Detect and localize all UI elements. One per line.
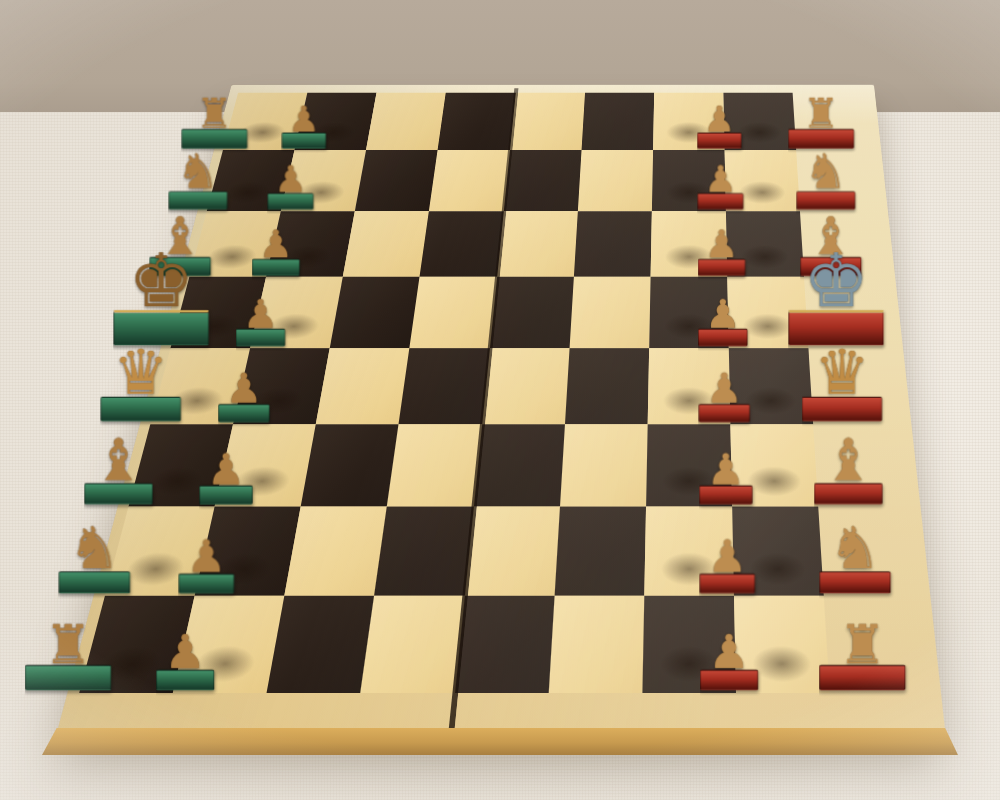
- standing-horse-figure-icon: ♞: [829, 522, 881, 576]
- square-h2[interactable]: ♟: [295, 93, 377, 150]
- seated-scholar-reading-a-book-figure-icon: ♚: [803, 246, 869, 314]
- square-e7[interactable]: ♟: [649, 277, 729, 348]
- square-b6[interactable]: [554, 506, 646, 595]
- square-f4[interactable]: [420, 211, 504, 277]
- square-c6[interactable]: [560, 424, 648, 506]
- piece-white-pawn-d2[interactable]: ♟: [218, 370, 270, 422]
- reclining-horse-figure-icon: ♞: [68, 522, 120, 576]
- piece-white-rook-h1[interactable]: ♜: [181, 95, 247, 149]
- piece-white-bishop-c1[interactable]: ♝: [84, 434, 153, 505]
- square-e3[interactable]: [330, 277, 420, 348]
- piece-black-knight-g8[interactable]: ♞: [796, 151, 855, 210]
- camel-figure-icon: ♝: [92, 434, 144, 487]
- square-d2[interactable]: ♟: [233, 348, 330, 424]
- duck-figure-icon: ♟: [705, 295, 741, 332]
- red-plinth: [698, 328, 748, 346]
- square-c2[interactable]: ♟: [215, 424, 316, 506]
- square-d5[interactable]: [482, 348, 569, 424]
- square-a3[interactable]: [267, 596, 375, 693]
- piece-black-pawn-c7[interactable]: ♟: [699, 450, 753, 505]
- square-e5[interactable]: [489, 277, 573, 348]
- square-d6[interactable]: [565, 348, 649, 424]
- piece-white-pawn-c2[interactable]: ♟: [199, 450, 253, 505]
- square-g5[interactable]: [503, 150, 581, 211]
- horse-drawn-cart-figure-icon: ♜: [803, 95, 840, 133]
- square-f6[interactable]: [574, 211, 652, 277]
- squirrel-figure-icon: ♟: [243, 295, 279, 332]
- square-e2[interactable]: ♟: [250, 277, 343, 348]
- piece-white-king-e1[interactable]: ♚: [113, 246, 208, 345]
- square-c7[interactable]: ♟: [646, 424, 732, 506]
- piece-white-pawn-e2[interactable]: ♟: [236, 295, 286, 345]
- horse-drawn-cart-figure-icon: ♜: [196, 95, 233, 133]
- square-h3[interactable]: [366, 93, 446, 150]
- piece-black-bishop-c8[interactable]: ♝: [814, 434, 883, 505]
- lion-figure-icon: ♛: [113, 344, 169, 401]
- square-c4[interactable]: [387, 424, 482, 506]
- green-plinth: [179, 573, 235, 593]
- green-plinth: [84, 483, 153, 504]
- square-a4[interactable]: [361, 596, 465, 693]
- duck-figure-icon: ♟: [704, 227, 738, 262]
- crouching-squirrel-figure-icon: ♟: [186, 537, 226, 578]
- chess-board: ♜♟♟♜♞♟♟♞♝♟♟♝♚♟♟♚♛♟♟♛♝♟♟♝♞♟♟♞♜♟♟♜: [56, 85, 946, 735]
- rabbit-figure-icon: ♟: [164, 631, 206, 674]
- piece-black-pawn-h7[interactable]: ♟: [697, 103, 742, 148]
- red-plinth: [697, 258, 745, 275]
- square-f3[interactable]: [343, 211, 429, 277]
- green-plinth: [25, 665, 112, 691]
- square-h7[interactable]: ♟: [653, 93, 725, 150]
- square-g4[interactable]: [429, 150, 509, 211]
- piece-black-pawn-a7[interactable]: ♟: [700, 631, 758, 690]
- red-plinth: [699, 573, 755, 593]
- square-e4[interactable]: [410, 277, 497, 348]
- red-plinth: [802, 397, 883, 422]
- red-plinth: [699, 485, 753, 504]
- square-h4[interactable]: [438, 93, 515, 150]
- piece-white-pawn-b2[interactable]: ♟: [179, 537, 235, 594]
- green-plinth: [267, 193, 313, 210]
- reclining-horse-figure-icon: ♞: [176, 151, 219, 195]
- square-d4[interactable]: [399, 348, 490, 424]
- square-g2[interactable]: ♟: [281, 150, 366, 211]
- square-a6[interactable]: [548, 596, 644, 693]
- piece-black-rook-a8[interactable]: ♜: [819, 620, 906, 691]
- piece-white-queen-d1[interactable]: ♛: [100, 344, 181, 422]
- piece-black-pawn-f7[interactable]: ♟: [697, 227, 745, 276]
- red-plinth: [698, 403, 750, 422]
- piece-black-pawn-g7[interactable]: ♟: [697, 163, 743, 210]
- green-plinth: [156, 669, 214, 690]
- square-d3[interactable]: [316, 348, 410, 424]
- square-f5[interactable]: [497, 211, 578, 277]
- piece-white-knight-g1[interactable]: ♞: [168, 151, 227, 210]
- squirrel-figure-icon: ♟: [207, 450, 246, 490]
- square-g6[interactable]: [577, 150, 652, 211]
- duck-figure-icon: ♟: [706, 450, 745, 490]
- square-f7[interactable]: ♟: [650, 211, 727, 277]
- square-b5[interactable]: [464, 506, 559, 595]
- board-squares: ♜♟♟♜♞♟♟♞♝♟♟♝♚♟♟♚♛♟♟♛♝♟♟♝♞♟♟♞♜♟♟♜: [79, 93, 830, 693]
- red-plinth: [819, 571, 891, 593]
- red-plinth: [697, 193, 743, 210]
- red-plinth: [819, 665, 906, 691]
- piece-black-pawn-b7[interactable]: ♟: [699, 537, 755, 594]
- square-f2[interactable]: ♟: [266, 211, 355, 277]
- lion-figure-icon: ♛: [814, 344, 870, 401]
- standing-horse-figure-icon: ♞: [804, 151, 847, 195]
- horse-drawn-cart-figure-icon: ♜: [44, 620, 92, 669]
- square-b7[interactable]: ♟: [644, 506, 734, 595]
- square-a7[interactable]: ♟: [642, 596, 736, 693]
- green-plinth: [59, 571, 131, 593]
- red-plinth: [697, 133, 742, 149]
- green-plinth: [100, 397, 181, 422]
- square-b3[interactable]: [285, 506, 388, 595]
- square-d7[interactable]: ♟: [647, 348, 730, 424]
- square-a5[interactable]: [454, 596, 554, 693]
- green-plinth: [282, 133, 327, 149]
- piece-white-pawn-g2[interactable]: ♟: [267, 163, 313, 210]
- piece-black-pawn-e7[interactable]: ♟: [698, 295, 748, 345]
- square-c3[interactable]: [301, 424, 399, 506]
- square-b4[interactable]: [374, 506, 473, 595]
- duck-figure-icon: ♟: [707, 537, 747, 578]
- green-plinth: [199, 485, 253, 504]
- piece-black-pawn-d7[interactable]: ♟: [698, 370, 750, 422]
- board-front-edge: [42, 728, 958, 755]
- squirrel-figure-icon: ♟: [274, 163, 307, 197]
- square-c5[interactable]: [473, 424, 564, 506]
- square-h5[interactable]: [510, 93, 585, 150]
- green-plinth: [252, 258, 300, 275]
- green-plinth: [218, 403, 270, 422]
- piece-white-knight-b1[interactable]: ♞: [59, 522, 131, 594]
- rabbit-figure-icon: ♟: [288, 103, 320, 136]
- squirrel-figure-icon: ♟: [226, 370, 263, 408]
- piece-black-king-e8[interactable]: ♚: [788, 246, 883, 345]
- board-scene: ♜♟♟♜♞♟♟♞♝♟♟♝♚♟♟♚♛♟♟♛♝♟♟♝♞♟♟♞♜♟♟♜: [158, 2, 904, 713]
- square-b2[interactable]: ♟: [195, 506, 301, 595]
- piece-white-pawn-f2[interactable]: ♟: [252, 227, 300, 276]
- duck-figure-icon: ♟: [705, 370, 742, 408]
- square-g7[interactable]: ♟: [652, 150, 726, 211]
- square-h6[interactable]: [581, 93, 654, 150]
- piece-black-queen-d8[interactable]: ♛: [802, 344, 883, 422]
- green-plinth: [236, 328, 286, 346]
- squirrel-figure-icon: ♟: [259, 227, 293, 262]
- square-g3[interactable]: [355, 150, 438, 211]
- duck-figure-icon: ♟: [703, 103, 735, 136]
- duck-figure-icon: ♟: [704, 163, 737, 197]
- red-plinth: [700, 669, 758, 690]
- horse-drawn-cart-figure-icon: ♜: [838, 620, 886, 669]
- piece-white-pawn-h2[interactable]: ♟: [282, 103, 327, 148]
- duck-figure-icon: ♟: [708, 631, 750, 674]
- piece-white-pawn-a2[interactable]: ♟: [156, 631, 214, 690]
- piece-white-rook-a1[interactable]: ♜: [25, 620, 112, 691]
- camel-figure-icon: ♝: [822, 434, 874, 487]
- museum-photo-stage: ♜♟♟♜♞♟♟♞♝♟♟♝♚♟♟♚♛♟♟♛♝♟♟♝♞♟♟♞♜♟♟♜: [0, 0, 1000, 800]
- piece-black-rook-h8[interactable]: ♜: [788, 95, 854, 149]
- square-e6[interactable]: [569, 277, 650, 348]
- red-plinth: [814, 483, 883, 504]
- piece-black-knight-b8[interactable]: ♞: [819, 522, 891, 594]
- seated-man-with-fur-hat-figure-icon: ♚: [128, 246, 194, 314]
